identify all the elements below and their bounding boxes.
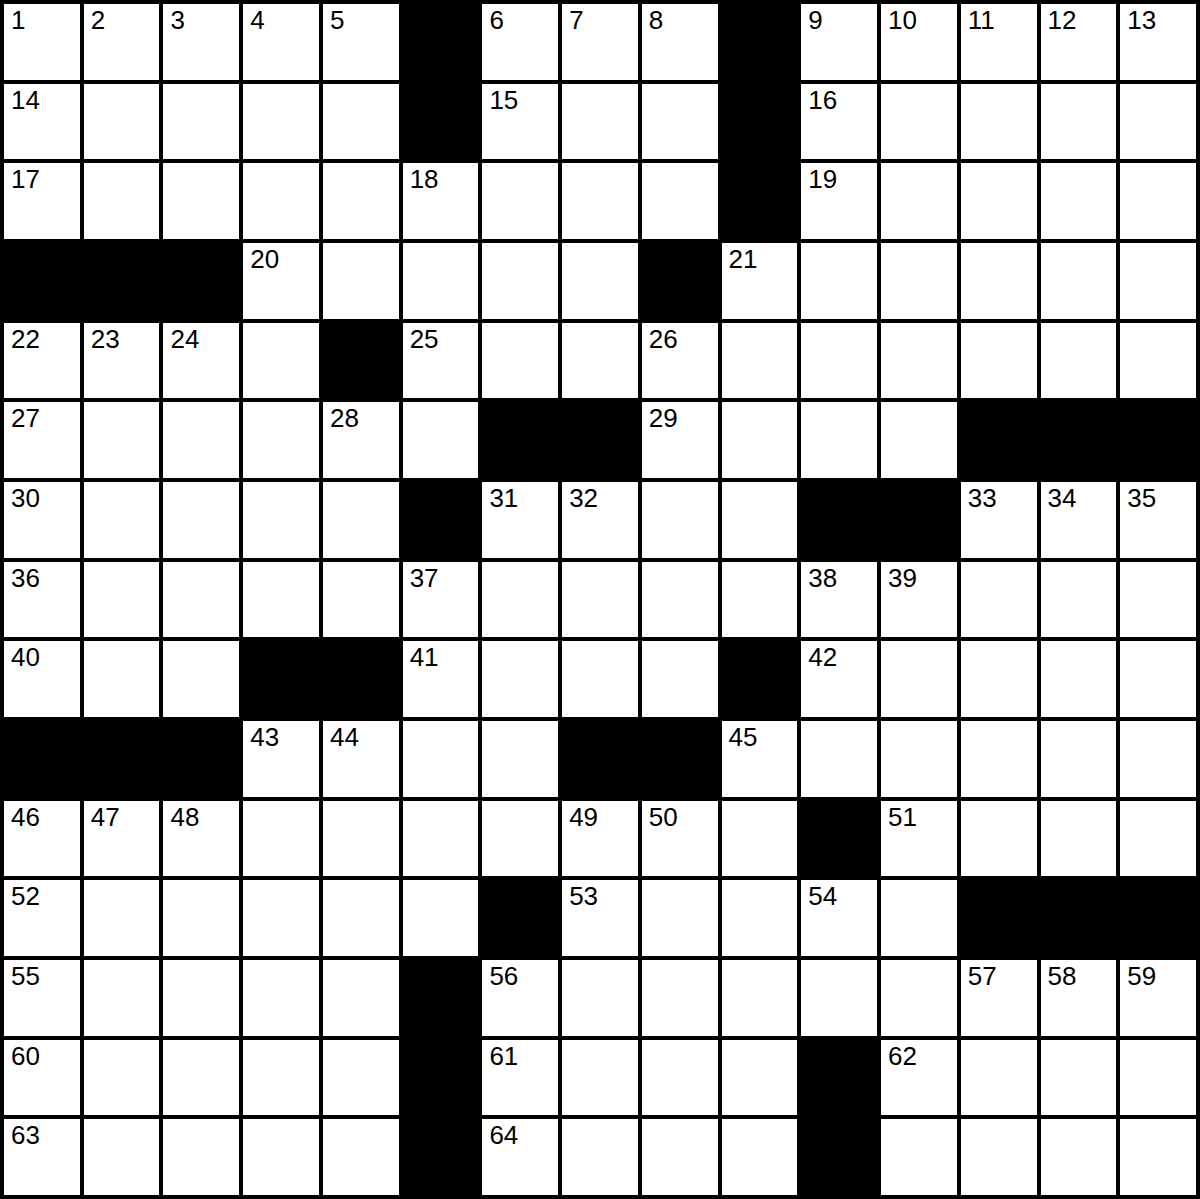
letter-cell[interactable] xyxy=(403,243,479,319)
letter-cell[interactable] xyxy=(801,323,877,399)
letter-cell[interactable] xyxy=(961,1119,1037,1195)
letter-cell[interactable]: 60 xyxy=(4,1040,80,1116)
letter-cell[interactable] xyxy=(243,1119,319,1195)
letter-cell[interactable] xyxy=(801,960,877,1036)
letter-cell[interactable] xyxy=(961,323,1037,399)
letter-cell[interactable] xyxy=(323,482,399,558)
letter-cell[interactable] xyxy=(562,323,638,399)
letter-cell[interactable] xyxy=(482,721,558,797)
letter-cell[interactable]: 2 xyxy=(84,4,160,80)
block-cell xyxy=(642,721,718,797)
letter-cell[interactable] xyxy=(84,1040,160,1116)
block-cell xyxy=(163,243,239,319)
letter-cell[interactable] xyxy=(243,163,319,239)
letter-cell[interactable] xyxy=(243,562,319,638)
letter-cell[interactable]: 15 xyxy=(482,84,558,160)
letter-cell[interactable] xyxy=(482,562,558,638)
block-cell xyxy=(961,402,1037,478)
letter-cell[interactable] xyxy=(1041,84,1117,160)
letter-cell[interactable] xyxy=(642,641,718,717)
letter-cell[interactable] xyxy=(722,960,798,1036)
letter-cell[interactable] xyxy=(642,880,718,956)
letter-cell[interactable] xyxy=(562,641,638,717)
block-cell xyxy=(801,1040,877,1116)
letter-cell[interactable] xyxy=(1041,323,1117,399)
clue-number: 42 xyxy=(808,643,837,672)
block-cell xyxy=(323,641,399,717)
clue-number: 4 xyxy=(250,6,264,35)
block-cell xyxy=(722,84,798,160)
block-cell xyxy=(722,641,798,717)
block-cell xyxy=(403,482,479,558)
letter-cell[interactable] xyxy=(722,402,798,478)
block-cell xyxy=(4,721,80,797)
letter-cell[interactable] xyxy=(1041,1040,1117,1116)
clue-number: 23 xyxy=(91,325,120,354)
letter-cell[interactable]: 23 xyxy=(84,323,160,399)
clue-number: 22 xyxy=(11,325,40,354)
clue-number: 20 xyxy=(250,245,279,274)
clue-number: 45 xyxy=(729,723,758,752)
letter-cell[interactable] xyxy=(163,562,239,638)
letter-cell[interactable] xyxy=(163,641,239,717)
block-cell xyxy=(163,721,239,797)
block-cell xyxy=(323,323,399,399)
letter-cell[interactable] xyxy=(1041,163,1117,239)
letter-cell[interactable] xyxy=(84,880,160,956)
letter-cell[interactable] xyxy=(881,1119,957,1195)
letter-cell[interactable]: 5 xyxy=(323,4,399,80)
letter-cell[interactable]: 21 xyxy=(722,243,798,319)
block-cell xyxy=(403,4,479,80)
letter-cell[interactable] xyxy=(1041,243,1117,319)
clue-number: 44 xyxy=(330,723,359,752)
letter-cell[interactable]: 35 xyxy=(1120,482,1196,558)
clue-number: 30 xyxy=(11,484,40,513)
letter-cell[interactable] xyxy=(961,243,1037,319)
clue-number: 9 xyxy=(808,6,822,35)
letter-cell[interactable] xyxy=(881,84,957,160)
clue-number: 33 xyxy=(968,484,997,513)
letter-cell[interactable] xyxy=(1041,801,1117,877)
letter-cell[interactable] xyxy=(323,243,399,319)
clue-number: 36 xyxy=(11,564,40,593)
letter-cell[interactable] xyxy=(403,801,479,877)
letter-cell[interactable] xyxy=(722,482,798,558)
letter-cell[interactable] xyxy=(243,801,319,877)
clue-number: 54 xyxy=(808,882,837,911)
letter-cell[interactable] xyxy=(562,1040,638,1116)
letter-cell[interactable]: 18 xyxy=(403,163,479,239)
clue-number: 5 xyxy=(330,6,344,35)
letter-cell[interactable]: 47 xyxy=(84,801,160,877)
letter-cell[interactable] xyxy=(482,163,558,239)
letter-cell[interactable] xyxy=(84,84,160,160)
block-cell xyxy=(482,402,558,478)
letter-cell[interactable]: 48 xyxy=(163,801,239,877)
letter-cell[interactable]: 27 xyxy=(4,402,80,478)
letter-cell[interactable] xyxy=(722,880,798,956)
letter-cell[interactable] xyxy=(642,482,718,558)
letter-cell[interactable]: 32 xyxy=(562,482,638,558)
clue-number: 21 xyxy=(729,245,758,274)
letter-cell[interactable]: 20 xyxy=(243,243,319,319)
letter-cell[interactable]: 3 xyxy=(163,4,239,80)
letter-cell[interactable] xyxy=(323,880,399,956)
clue-number: 52 xyxy=(11,882,40,911)
letter-cell[interactable] xyxy=(961,1040,1037,1116)
letter-cell[interactable] xyxy=(961,721,1037,797)
letter-cell[interactable] xyxy=(163,960,239,1036)
clue-number: 17 xyxy=(11,165,40,194)
clue-number: 29 xyxy=(649,404,678,433)
letter-cell[interactable] xyxy=(323,84,399,160)
clue-number: 60 xyxy=(11,1042,40,1071)
block-cell xyxy=(961,880,1037,956)
clue-number: 7 xyxy=(569,6,583,35)
letter-cell[interactable] xyxy=(243,482,319,558)
clue-number: 65 xyxy=(808,1121,837,1150)
letter-cell[interactable] xyxy=(1041,1119,1117,1195)
letter-cell[interactable]: 31 xyxy=(482,482,558,558)
letter-cell[interactable] xyxy=(323,562,399,638)
letter-cell[interactable]: 14 xyxy=(4,84,80,160)
letter-cell[interactable]: 42 xyxy=(801,641,877,717)
clue-number: 61 xyxy=(489,1042,518,1071)
letter-cell[interactable] xyxy=(642,1040,718,1116)
clue-number: 46 xyxy=(11,803,40,832)
letter-cell[interactable] xyxy=(323,163,399,239)
clue-number: 40 xyxy=(11,643,40,672)
block-cell xyxy=(1041,402,1117,478)
letter-cell[interactable] xyxy=(323,960,399,1036)
letter-cell[interactable]: 43 xyxy=(243,721,319,797)
letter-cell[interactable] xyxy=(243,402,319,478)
clue-number: 24 xyxy=(170,325,199,354)
letter-cell[interactable]: 54 xyxy=(801,880,877,956)
clue-number: 64 xyxy=(489,1121,518,1150)
letter-cell[interactable]: 29 xyxy=(642,402,718,478)
clue-number: 34 xyxy=(1048,484,1077,513)
clue-number: 12 xyxy=(1048,6,1077,35)
letter-cell[interactable] xyxy=(403,721,479,797)
letter-cell[interactable] xyxy=(961,562,1037,638)
block-cell xyxy=(243,641,319,717)
letter-cell[interactable] xyxy=(323,1119,399,1195)
letter-cell[interactable] xyxy=(642,960,718,1036)
clue-number: 38 xyxy=(808,564,837,593)
letter-cell[interactable] xyxy=(163,402,239,478)
block-cell xyxy=(562,402,638,478)
letter-cell[interactable] xyxy=(163,84,239,160)
clue-number: 48 xyxy=(170,803,199,832)
clue-number: 3 xyxy=(170,6,184,35)
crossword-board: 1234567891011121314151617181920212223242… xyxy=(0,0,1200,1199)
clue-number: 28 xyxy=(330,404,359,433)
clue-number: 25 xyxy=(410,325,439,354)
letter-cell[interactable] xyxy=(1120,84,1196,160)
letter-cell[interactable] xyxy=(403,402,479,478)
letter-cell[interactable] xyxy=(881,880,957,956)
letter-cell[interactable] xyxy=(323,1040,399,1116)
letter-cell[interactable]: 36 xyxy=(4,562,80,638)
letter-cell[interactable]: 40 xyxy=(4,641,80,717)
clue-number: 8 xyxy=(649,6,663,35)
letter-cell[interactable]: 26 xyxy=(642,323,718,399)
letter-cell[interactable]: 9 xyxy=(801,4,877,80)
letter-cell[interactable]: 1 xyxy=(4,4,80,80)
letter-cell[interactable] xyxy=(881,960,957,1036)
letter-cell[interactable] xyxy=(243,323,319,399)
letter-cell[interactable]: 52 xyxy=(4,880,80,956)
letter-cell[interactable]: 57 xyxy=(961,960,1037,1036)
block-cell xyxy=(722,4,798,80)
clue-number: 27 xyxy=(11,404,40,433)
letter-cell[interactable]: 38 xyxy=(801,562,877,638)
letter-cell[interactable] xyxy=(961,641,1037,717)
letter-cell[interactable]: 17 xyxy=(4,163,80,239)
letter-cell[interactable]: 19 xyxy=(801,163,877,239)
block-cell xyxy=(84,243,160,319)
letter-cell[interactable] xyxy=(722,562,798,638)
letter-cell[interactable] xyxy=(1120,163,1196,239)
clue-number: 15 xyxy=(489,86,518,115)
block-cell xyxy=(84,721,160,797)
block-cell xyxy=(482,880,558,956)
block-cell xyxy=(881,482,957,558)
letter-cell[interactable]: 10 xyxy=(881,4,957,80)
letter-cell[interactable] xyxy=(84,1119,160,1195)
letter-cell[interactable] xyxy=(1120,562,1196,638)
letter-cell[interactable] xyxy=(1041,641,1117,717)
letter-cell[interactable] xyxy=(562,243,638,319)
letter-cell[interactable]: 25 xyxy=(403,323,479,399)
clue-number: 55 xyxy=(11,962,40,991)
letter-cell[interactable]: 49 xyxy=(562,801,638,877)
letter-cell[interactable] xyxy=(1120,801,1196,877)
letter-cell[interactable]: 24 xyxy=(163,323,239,399)
letter-cell[interactable] xyxy=(881,402,957,478)
block-cell xyxy=(562,721,638,797)
clue-number: 31 xyxy=(489,484,518,513)
letter-cell[interactable]: 58 xyxy=(1041,960,1117,1036)
letter-cell[interactable]: 22 xyxy=(4,323,80,399)
letter-cell[interactable] xyxy=(323,801,399,877)
letter-cell[interactable] xyxy=(84,960,160,1036)
letter-cell[interactable] xyxy=(243,960,319,1036)
letter-cell[interactable] xyxy=(84,482,160,558)
letter-cell[interactable] xyxy=(163,880,239,956)
letter-cell[interactable]: 30 xyxy=(4,482,80,558)
letter-cell[interactable] xyxy=(642,84,718,160)
clue-number: 59 xyxy=(1127,962,1156,991)
clue-number: 50 xyxy=(649,803,678,832)
letter-cell[interactable] xyxy=(163,163,239,239)
letter-cell[interactable]: 16 xyxy=(801,84,877,160)
letter-cell[interactable] xyxy=(1120,243,1196,319)
letter-cell[interactable] xyxy=(801,243,877,319)
letter-cell[interactable] xyxy=(84,562,160,638)
letter-cell[interactable]: 13 xyxy=(1120,4,1196,80)
letter-cell[interactable]: 63 xyxy=(4,1119,80,1195)
letter-cell[interactable]: 41 xyxy=(403,641,479,717)
clue-number: 57 xyxy=(968,962,997,991)
letter-cell[interactable] xyxy=(163,1040,239,1116)
letter-cell[interactable]: 7 xyxy=(562,4,638,80)
block-cell xyxy=(1041,880,1117,956)
block-cell xyxy=(403,1119,479,1195)
clue-number: 39 xyxy=(888,564,917,593)
letter-cell[interactable]: 45 xyxy=(722,721,798,797)
letter-cell[interactable]: 11 xyxy=(961,4,1037,80)
clue-number: 63 xyxy=(11,1121,40,1150)
letter-cell[interactable] xyxy=(1120,1119,1196,1195)
letter-cell[interactable] xyxy=(722,323,798,399)
clue-number: 56 xyxy=(489,962,518,991)
letter-cell[interactable] xyxy=(84,402,160,478)
letter-cell[interactable] xyxy=(1120,323,1196,399)
letter-cell[interactable] xyxy=(881,641,957,717)
letter-cell[interactable] xyxy=(482,641,558,717)
clue-number: 37 xyxy=(410,564,439,593)
clue-number: 10 xyxy=(888,6,917,35)
letter-cell[interactable]: 34 xyxy=(1041,482,1117,558)
letter-cell[interactable] xyxy=(1120,1040,1196,1116)
letter-cell[interactable]: 39 xyxy=(881,562,957,638)
letter-cell[interactable] xyxy=(961,801,1037,877)
clue-number: 19 xyxy=(808,165,837,194)
letter-cell[interactable] xyxy=(642,562,718,638)
block-cell xyxy=(1120,402,1196,478)
letter-cell[interactable] xyxy=(562,163,638,239)
letter-cell[interactable] xyxy=(243,84,319,160)
letter-cell[interactable] xyxy=(243,1040,319,1116)
block-cell xyxy=(642,243,718,319)
letter-cell[interactable] xyxy=(562,84,638,160)
block-cell xyxy=(801,482,877,558)
letter-cell[interactable] xyxy=(961,84,1037,160)
block-cell: 65 xyxy=(801,1119,877,1195)
block-cell xyxy=(4,243,80,319)
clue-number: 2 xyxy=(91,6,105,35)
letter-cell[interactable]: 46 xyxy=(4,801,80,877)
letter-cell[interactable]: 50 xyxy=(642,801,718,877)
letter-cell[interactable] xyxy=(961,163,1037,239)
letter-cell[interactable] xyxy=(722,1119,798,1195)
letter-cell[interactable] xyxy=(482,323,558,399)
clue-number: 16 xyxy=(808,86,837,115)
letter-cell[interactable] xyxy=(1041,721,1117,797)
letter-cell[interactable] xyxy=(801,402,877,478)
letter-cell[interactable] xyxy=(84,641,160,717)
letter-cell[interactable]: 8 xyxy=(642,4,718,80)
letter-cell[interactable] xyxy=(562,960,638,1036)
clue-number: 41 xyxy=(410,643,439,672)
clue-number: 18 xyxy=(410,165,439,194)
clue-number: 51 xyxy=(888,803,917,832)
letter-cell[interactable] xyxy=(642,163,718,239)
clue-number: 35 xyxy=(1127,484,1156,513)
letter-cell[interactable] xyxy=(163,1119,239,1195)
letter-cell[interactable] xyxy=(1041,562,1117,638)
letter-cell[interactable] xyxy=(642,1119,718,1195)
block-cell xyxy=(403,1040,479,1116)
letter-cell[interactable]: 6 xyxy=(482,4,558,80)
letter-cell[interactable]: 4 xyxy=(243,4,319,80)
letter-cell[interactable]: 64 xyxy=(482,1119,558,1195)
clue-number: 1 xyxy=(11,6,25,35)
letter-cell[interactable] xyxy=(562,562,638,638)
block-cell xyxy=(801,801,877,877)
letter-cell[interactable] xyxy=(1120,641,1196,717)
letter-cell[interactable] xyxy=(482,801,558,877)
letter-cell[interactable] xyxy=(881,163,957,239)
letter-cell[interactable] xyxy=(722,801,798,877)
clue-number: 32 xyxy=(569,484,598,513)
letter-cell[interactable]: 62 xyxy=(881,1040,957,1116)
letter-cell[interactable] xyxy=(163,482,239,558)
letter-cell[interactable]: 28 xyxy=(323,402,399,478)
letter-cell[interactable]: 59 xyxy=(1120,960,1196,1036)
letter-cell[interactable] xyxy=(881,721,957,797)
clue-number: 47 xyxy=(91,803,120,832)
letter-cell[interactable] xyxy=(84,163,160,239)
letter-cell[interactable] xyxy=(482,243,558,319)
clue-number: 11 xyxy=(968,6,995,35)
letter-cell[interactable]: 61 xyxy=(482,1040,558,1116)
letter-cell[interactable]: 37 xyxy=(403,562,479,638)
clue-number: 13 xyxy=(1127,6,1156,35)
letter-cell[interactable] xyxy=(722,1040,798,1116)
letter-cell[interactable]: 33 xyxy=(961,482,1037,558)
clue-number: 14 xyxy=(11,86,40,115)
letter-cell[interactable] xyxy=(881,243,957,319)
letter-cell[interactable]: 55 xyxy=(4,960,80,1036)
letter-cell[interactable] xyxy=(801,721,877,797)
letter-cell[interactable] xyxy=(1120,721,1196,797)
block-cell xyxy=(403,84,479,160)
letter-cell[interactable] xyxy=(881,323,957,399)
clue-number: 62 xyxy=(888,1042,917,1071)
letter-cell[interactable]: 44 xyxy=(323,721,399,797)
clue-number: 6 xyxy=(489,6,503,35)
clue-number: 58 xyxy=(1048,962,1077,991)
clue-number: 49 xyxy=(569,803,598,832)
block-cell xyxy=(722,163,798,239)
letter-cell[interactable]: 12 xyxy=(1041,4,1117,80)
letter-cell[interactable] xyxy=(562,1119,638,1195)
clue-number: 43 xyxy=(250,723,279,752)
clue-number: 26 xyxy=(649,325,678,354)
letter-cell[interactable] xyxy=(243,880,319,956)
letter-cell[interactable]: 56 xyxy=(482,960,558,1036)
letter-cell[interactable] xyxy=(403,880,479,956)
clue-number: 53 xyxy=(569,882,598,911)
block-cell xyxy=(1120,880,1196,956)
letter-cell[interactable]: 51 xyxy=(881,801,957,877)
letter-cell[interactable]: 53 xyxy=(562,880,638,956)
block-cell xyxy=(403,960,479,1036)
